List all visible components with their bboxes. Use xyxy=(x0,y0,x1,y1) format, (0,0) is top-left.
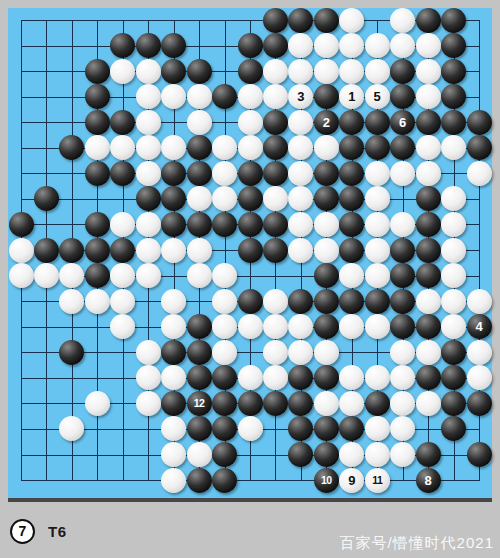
white-stone xyxy=(467,161,492,186)
go-board: 31526412109118 xyxy=(8,8,492,498)
black-stone: 8 xyxy=(416,468,441,493)
white-stone xyxy=(441,135,466,160)
white-stone xyxy=(110,212,135,237)
caption: 7 T6 xyxy=(10,516,67,546)
white-stone xyxy=(390,416,415,441)
white-stone xyxy=(314,340,339,365)
white-stone xyxy=(288,110,313,135)
white-stone xyxy=(212,340,237,365)
black-stone xyxy=(339,135,364,160)
move-number: 3 xyxy=(297,90,304,103)
white-stone xyxy=(288,340,313,365)
white-stone xyxy=(212,314,237,339)
white-stone xyxy=(59,289,84,314)
move-7-stone-badge: 7 xyxy=(10,519,35,544)
white-stone xyxy=(136,391,161,416)
white-stone xyxy=(288,161,313,186)
black-stone xyxy=(85,238,110,263)
white-stone xyxy=(110,59,135,84)
black-stone xyxy=(441,84,466,109)
white-stone xyxy=(288,59,313,84)
white-stone xyxy=(365,263,390,288)
white-stone xyxy=(416,391,441,416)
white-stone xyxy=(161,314,186,339)
black-stone xyxy=(238,289,263,314)
white-stone xyxy=(314,238,339,263)
white-stone: 3 xyxy=(288,84,313,109)
black-stone xyxy=(263,161,288,186)
black-stone xyxy=(441,8,466,33)
black-stone xyxy=(339,212,364,237)
black-stone xyxy=(339,416,364,441)
white-stone xyxy=(416,84,441,109)
black-stone: 10 xyxy=(314,468,339,493)
white-stone xyxy=(390,365,415,390)
black-stone xyxy=(136,33,161,58)
white-stone xyxy=(288,135,313,160)
black-stone xyxy=(390,289,415,314)
white-stone xyxy=(339,59,364,84)
move-number: 11 xyxy=(372,475,382,486)
black-stone xyxy=(416,212,441,237)
black-stone xyxy=(238,161,263,186)
white-stone xyxy=(416,33,441,58)
white-stone xyxy=(161,84,186,109)
white-stone xyxy=(416,59,441,84)
black-stone xyxy=(441,59,466,84)
white-stone xyxy=(390,33,415,58)
black-stone xyxy=(161,59,186,84)
black-stone: 6 xyxy=(390,110,415,135)
black-stone xyxy=(365,110,390,135)
black-stone xyxy=(288,289,313,314)
black-stone xyxy=(34,238,59,263)
white-stone xyxy=(187,263,212,288)
white-stone xyxy=(339,33,364,58)
white-stone xyxy=(441,212,466,237)
black-stone xyxy=(187,212,212,237)
white-stone xyxy=(85,135,110,160)
black-stone xyxy=(441,365,466,390)
white-stone xyxy=(441,314,466,339)
black-stone xyxy=(416,110,441,135)
white-stone xyxy=(212,186,237,211)
white-stone xyxy=(136,212,161,237)
black-stone xyxy=(238,238,263,263)
white-stone xyxy=(314,212,339,237)
black-stone xyxy=(161,340,186,365)
white-stone xyxy=(416,340,441,365)
black-stone xyxy=(263,212,288,237)
black-stone xyxy=(314,314,339,339)
black-stone xyxy=(212,442,237,467)
black-stone xyxy=(238,391,263,416)
black-stone xyxy=(110,238,135,263)
move-number: 4 xyxy=(475,320,482,333)
white-stone xyxy=(365,59,390,84)
white-stone xyxy=(339,263,364,288)
white-stone xyxy=(238,110,263,135)
white-stone xyxy=(110,289,135,314)
black-stone xyxy=(212,416,237,441)
black-stone xyxy=(339,289,364,314)
watermark: 百家号/懵懂时代2021 xyxy=(339,534,494,553)
white-stone xyxy=(110,135,135,160)
white-stone xyxy=(288,238,313,263)
black-stone xyxy=(212,468,237,493)
black-stone xyxy=(314,84,339,109)
board-bottom-edge xyxy=(8,498,492,502)
black-stone xyxy=(263,135,288,160)
white-stone xyxy=(390,340,415,365)
white-stone xyxy=(238,84,263,109)
white-stone xyxy=(136,110,161,135)
white-stone xyxy=(314,33,339,58)
black-stone xyxy=(85,59,110,84)
white-stone xyxy=(187,110,212,135)
black-stone xyxy=(263,238,288,263)
white-stone xyxy=(110,314,135,339)
black-stone xyxy=(238,59,263,84)
white-stone xyxy=(34,263,59,288)
black-stone xyxy=(110,33,135,58)
white-stone xyxy=(238,365,263,390)
white-stone xyxy=(136,59,161,84)
white-stone xyxy=(161,135,186,160)
white-stone: 5 xyxy=(365,84,390,109)
black-stone xyxy=(390,314,415,339)
black-stone xyxy=(390,59,415,84)
black-stone xyxy=(416,186,441,211)
move-number: 5 xyxy=(374,90,381,103)
white-stone xyxy=(365,416,390,441)
move-number: 1 xyxy=(348,90,355,103)
black-stone xyxy=(416,442,441,467)
caption-coordinate: T6 xyxy=(48,523,67,540)
white-stone xyxy=(441,289,466,314)
white-stone xyxy=(339,391,364,416)
white-stone xyxy=(390,391,415,416)
white-stone xyxy=(467,365,492,390)
white-stone xyxy=(441,263,466,288)
white-stone xyxy=(390,212,415,237)
white-stone xyxy=(136,161,161,186)
black-stone xyxy=(288,365,313,390)
white-stone xyxy=(365,186,390,211)
black-stone xyxy=(288,442,313,467)
black-stone xyxy=(85,110,110,135)
white-stone xyxy=(467,340,492,365)
white-stone xyxy=(136,84,161,109)
move-number: 2 xyxy=(323,116,330,129)
black-stone xyxy=(288,416,313,441)
black-stone: 2 xyxy=(314,110,339,135)
black-stone xyxy=(467,110,492,135)
white-stone xyxy=(136,365,161,390)
black-stone xyxy=(365,289,390,314)
black-stone xyxy=(212,391,237,416)
black-stone xyxy=(110,110,135,135)
black-stone: 4 xyxy=(467,314,492,339)
white-stone xyxy=(161,289,186,314)
white-stone xyxy=(212,135,237,160)
black-stone xyxy=(314,365,339,390)
move-number: 6 xyxy=(399,116,406,129)
black-stone xyxy=(238,186,263,211)
white-stone xyxy=(467,289,492,314)
black-stone xyxy=(161,161,186,186)
white-stone xyxy=(263,84,288,109)
white-stone xyxy=(365,212,390,237)
black-stone xyxy=(467,442,492,467)
white-stone xyxy=(390,161,415,186)
black-stone xyxy=(467,391,492,416)
black-stone xyxy=(161,391,186,416)
black-stone xyxy=(187,59,212,84)
black-stone xyxy=(187,416,212,441)
move-7-number: 7 xyxy=(19,523,27,539)
white-stone xyxy=(9,263,34,288)
move-number: 10 xyxy=(321,475,332,486)
black-stone xyxy=(390,263,415,288)
white-stone xyxy=(314,391,339,416)
black-stone xyxy=(59,340,84,365)
black-stone xyxy=(416,8,441,33)
white-stone xyxy=(314,59,339,84)
black-stone xyxy=(161,33,186,58)
black-stone xyxy=(161,212,186,237)
black-stone xyxy=(187,340,212,365)
black-stone xyxy=(365,135,390,160)
white-stone xyxy=(136,135,161,160)
white-stone xyxy=(314,135,339,160)
black-stone xyxy=(187,365,212,390)
white-stone xyxy=(110,263,135,288)
white-stone xyxy=(390,442,415,467)
white-stone xyxy=(136,340,161,365)
white-stone xyxy=(441,238,466,263)
white-stone xyxy=(238,314,263,339)
white-stone xyxy=(85,289,110,314)
black-stone xyxy=(390,135,415,160)
move-number: 8 xyxy=(424,474,431,487)
white-stone xyxy=(263,186,288,211)
white-stone xyxy=(365,365,390,390)
black-stone xyxy=(187,314,212,339)
black-stone xyxy=(339,238,364,263)
page-root: { "game": "go", "board_size": 19, "notat… xyxy=(0,0,500,558)
white-stone xyxy=(288,186,313,211)
black-stone xyxy=(9,212,34,237)
black-stone xyxy=(314,442,339,467)
black-stone xyxy=(85,84,110,109)
black-stone xyxy=(187,468,212,493)
black-stone xyxy=(467,135,492,160)
move-number: 12 xyxy=(194,398,205,409)
white-stone xyxy=(212,263,237,288)
white-stone xyxy=(161,416,186,441)
black-stone xyxy=(161,186,186,211)
white-stone xyxy=(187,84,212,109)
black-stone xyxy=(441,416,466,441)
black-stone xyxy=(416,314,441,339)
black-stone xyxy=(110,161,135,186)
black-stone xyxy=(85,161,110,186)
black-stone xyxy=(212,212,237,237)
black-stone xyxy=(416,238,441,263)
white-stone xyxy=(212,161,237,186)
black-stone xyxy=(441,340,466,365)
white-stone xyxy=(238,416,263,441)
black-stone xyxy=(390,84,415,109)
white-stone xyxy=(365,161,390,186)
black-stone xyxy=(238,33,263,58)
black-stone xyxy=(314,289,339,314)
black-stone xyxy=(314,161,339,186)
white-stone xyxy=(263,340,288,365)
white-stone xyxy=(339,8,364,33)
white-stone xyxy=(187,186,212,211)
black-stone xyxy=(263,33,288,58)
black-stone xyxy=(85,212,110,237)
black-stone xyxy=(288,391,313,416)
white-stone xyxy=(288,33,313,58)
white-stone xyxy=(365,442,390,467)
white-stone: 9 xyxy=(339,468,364,493)
white-stone xyxy=(136,238,161,263)
white-stone xyxy=(161,238,186,263)
black-stone xyxy=(34,186,59,211)
white-stone xyxy=(416,161,441,186)
white-stone xyxy=(441,186,466,211)
white-stone xyxy=(59,416,84,441)
white-stone xyxy=(85,391,110,416)
black-stone xyxy=(441,391,466,416)
white-stone xyxy=(136,263,161,288)
white-stone xyxy=(161,442,186,467)
white-stone xyxy=(339,442,364,467)
black-stone xyxy=(339,161,364,186)
white-stone xyxy=(339,365,364,390)
black-stone xyxy=(59,238,84,263)
white-stone xyxy=(365,314,390,339)
black-stone xyxy=(390,238,415,263)
black-stone xyxy=(187,161,212,186)
black-stone xyxy=(339,186,364,211)
white-stone xyxy=(416,135,441,160)
black-stone xyxy=(314,263,339,288)
black-stone xyxy=(339,110,364,135)
black-stone xyxy=(314,416,339,441)
white-stone: 11 xyxy=(365,468,390,493)
white-stone xyxy=(59,263,84,288)
black-stone xyxy=(314,8,339,33)
white-stone xyxy=(416,289,441,314)
black-stone xyxy=(212,84,237,109)
white-stone xyxy=(288,212,313,237)
white-stone xyxy=(365,33,390,58)
move-number: 9 xyxy=(348,474,355,487)
black-stone xyxy=(187,135,212,160)
white-stone xyxy=(390,8,415,33)
white-stone xyxy=(288,314,313,339)
black-stone xyxy=(59,135,84,160)
black-stone xyxy=(263,8,288,33)
black-stone xyxy=(441,110,466,135)
white-stone xyxy=(365,238,390,263)
white-stone xyxy=(9,238,34,263)
black-stone xyxy=(288,8,313,33)
black-stone xyxy=(365,391,390,416)
white-stone: 1 xyxy=(339,84,364,109)
black-stone xyxy=(238,212,263,237)
black-stone xyxy=(212,365,237,390)
black-stone: 12 xyxy=(187,391,212,416)
white-stone xyxy=(263,314,288,339)
white-stone xyxy=(263,289,288,314)
white-stone xyxy=(187,442,212,467)
white-stone xyxy=(161,468,186,493)
white-stone xyxy=(212,289,237,314)
white-stone xyxy=(238,135,263,160)
white-stone xyxy=(161,365,186,390)
white-stone xyxy=(187,238,212,263)
black-stone xyxy=(263,391,288,416)
black-stone xyxy=(263,110,288,135)
black-stone xyxy=(416,263,441,288)
black-stone xyxy=(416,365,441,390)
black-stone xyxy=(314,186,339,211)
black-stone xyxy=(85,263,110,288)
grid-line-h xyxy=(21,480,480,481)
black-stone xyxy=(136,186,161,211)
white-stone xyxy=(339,314,364,339)
white-stone xyxy=(263,365,288,390)
white-stone xyxy=(263,59,288,84)
black-stone xyxy=(441,33,466,58)
